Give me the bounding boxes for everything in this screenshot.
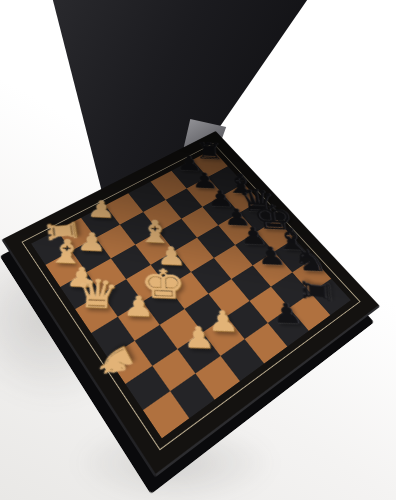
black-pawn-glyph: ♟ [255, 243, 286, 269]
white-pawn-glyph: ♟ [86, 197, 115, 221]
chess-set-photo: ♜♝♛♚♝♞♜♟♟♟♟♟♟♟♝♟♟♟♚♟♜♟♟♝♟♛♞ [0, 0, 396, 500]
black-knight-glyph: ♞ [290, 245, 329, 276]
chess-board: ♜♝♛♚♝♞♜♟♟♟♟♟♟♟♝♟♟♟♚♟♜♟♟♝♟♛♞ [1, 131, 380, 477]
board-squares [31, 149, 351, 438]
